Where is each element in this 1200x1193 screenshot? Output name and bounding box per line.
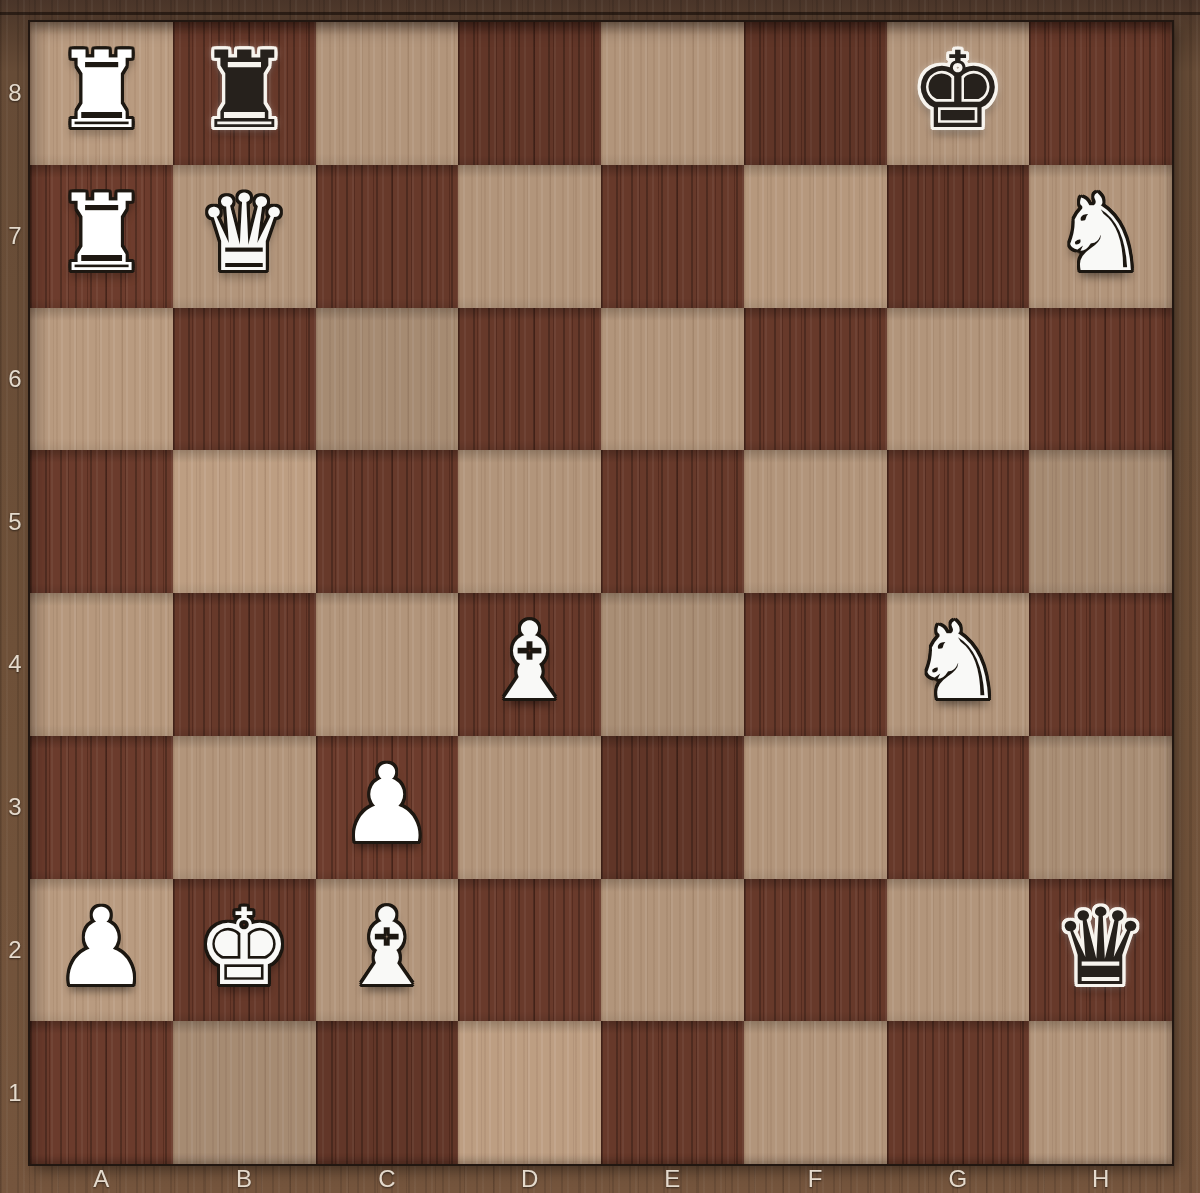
- square-d7[interactable]: [458, 165, 601, 308]
- square-e7[interactable]: [601, 165, 744, 308]
- square-f4[interactable]: [744, 593, 887, 736]
- square-h4[interactable]: [1029, 593, 1172, 736]
- square-h7[interactable]: ♞: [1029, 165, 1172, 308]
- square-g5[interactable]: [887, 450, 1030, 593]
- square-f7[interactable]: [744, 165, 887, 308]
- rank-label-1: 1: [0, 1021, 30, 1164]
- white-rook-piece[interactable]: ♜: [54, 38, 149, 144]
- square-d2[interactable]: [458, 879, 601, 1022]
- rank-label-4: 4: [0, 593, 30, 736]
- square-e1[interactable]: [601, 1021, 744, 1164]
- file-label-c: C: [316, 1164, 459, 1193]
- square-h8[interactable]: [1029, 22, 1172, 165]
- white-pawn-piece[interactable]: ♟: [54, 895, 149, 1001]
- square-b4[interactable]: [173, 593, 316, 736]
- square-f1[interactable]: [744, 1021, 887, 1164]
- file-label-f: F: [744, 1164, 887, 1193]
- file-label-a: A: [30, 1164, 173, 1193]
- square-d8[interactable]: [458, 22, 601, 165]
- white-rook-piece[interactable]: ♜: [54, 181, 149, 287]
- square-b1[interactable]: [173, 1021, 316, 1164]
- square-e3[interactable]: [601, 736, 744, 879]
- square-h6[interactable]: [1029, 308, 1172, 451]
- rank-label-8: 8: [0, 22, 30, 165]
- square-h1[interactable]: [1029, 1021, 1172, 1164]
- rank-label-7: 7: [0, 165, 30, 308]
- square-f3[interactable]: [744, 736, 887, 879]
- square-e6[interactable]: [601, 308, 744, 451]
- square-g4[interactable]: ♞: [887, 593, 1030, 736]
- square-c5[interactable]: [316, 450, 459, 593]
- square-c2[interactable]: ♝: [316, 879, 459, 1022]
- square-f6[interactable]: [744, 308, 887, 451]
- square-a3[interactable]: [30, 736, 173, 879]
- black-rook-piece[interactable]: ♜: [197, 38, 292, 144]
- square-a2[interactable]: ♟: [30, 879, 173, 1022]
- file-labels: ABCDEFGH: [30, 1164, 1172, 1193]
- rank-label-2: 2: [0, 879, 30, 1022]
- white-king-piece[interactable]: ♚: [197, 895, 292, 1001]
- square-h5[interactable]: [1029, 450, 1172, 593]
- square-c3[interactable]: ♟: [316, 736, 459, 879]
- square-d4[interactable]: ♝: [458, 593, 601, 736]
- square-b6[interactable]: [173, 308, 316, 451]
- square-c1[interactable]: [316, 1021, 459, 1164]
- square-d3[interactable]: [458, 736, 601, 879]
- black-king-piece[interactable]: ♚: [910, 38, 1005, 144]
- square-g3[interactable]: [887, 736, 1030, 879]
- square-f8[interactable]: [744, 22, 887, 165]
- square-b5[interactable]: [173, 450, 316, 593]
- file-label-g: G: [887, 1164, 1030, 1193]
- white-bishop-piece[interactable]: ♝: [339, 895, 434, 1001]
- square-b8[interactable]: ♜: [173, 22, 316, 165]
- square-d1[interactable]: [458, 1021, 601, 1164]
- square-g6[interactable]: [887, 308, 1030, 451]
- square-c4[interactable]: [316, 593, 459, 736]
- square-c7[interactable]: [316, 165, 459, 308]
- square-g7[interactable]: [887, 165, 1030, 308]
- board-frame: ♜♜♚♜♛♞♝♞♟♟♚♝♛ 87654321 ABCDEFGH: [0, 0, 1200, 1193]
- rank-label-3: 3: [0, 736, 30, 879]
- square-c6[interactable]: [316, 308, 459, 451]
- square-d5[interactable]: [458, 450, 601, 593]
- file-label-b: B: [173, 1164, 316, 1193]
- rank-label-5: 5: [0, 450, 30, 593]
- file-label-d: D: [458, 1164, 601, 1193]
- chess-board: ♜♜♚♜♛♞♝♞♟♟♚♝♛: [30, 22, 1172, 1164]
- square-d6[interactable]: [458, 308, 601, 451]
- white-queen-piece[interactable]: ♛: [197, 181, 292, 287]
- square-a7[interactable]: ♜: [30, 165, 173, 308]
- black-queen-piece[interactable]: ♛: [1053, 895, 1148, 1001]
- file-label-h: H: [1029, 1164, 1172, 1193]
- square-h2[interactable]: ♛: [1029, 879, 1172, 1022]
- white-knight-piece[interactable]: ♞: [910, 609, 1005, 715]
- square-g8[interactable]: ♚: [887, 22, 1030, 165]
- square-e2[interactable]: [601, 879, 744, 1022]
- square-a5[interactable]: [30, 450, 173, 593]
- square-e5[interactable]: [601, 450, 744, 593]
- square-a8[interactable]: ♜: [30, 22, 173, 165]
- white-knight-piece[interactable]: ♞: [1053, 181, 1148, 287]
- square-h3[interactable]: [1029, 736, 1172, 879]
- rank-labels: 87654321: [0, 22, 30, 1164]
- square-f5[interactable]: [744, 450, 887, 593]
- file-label-e: E: [601, 1164, 744, 1193]
- white-bishop-piece[interactable]: ♝: [482, 609, 577, 715]
- rank-label-6: 6: [0, 308, 30, 451]
- square-g1[interactable]: [887, 1021, 1030, 1164]
- square-b3[interactable]: [173, 736, 316, 879]
- white-pawn-piece[interactable]: ♟: [339, 752, 434, 858]
- square-b7[interactable]: ♛: [173, 165, 316, 308]
- square-f2[interactable]: [744, 879, 887, 1022]
- square-e8[interactable]: [601, 22, 744, 165]
- square-g2[interactable]: [887, 879, 1030, 1022]
- square-b2[interactable]: ♚: [173, 879, 316, 1022]
- square-a6[interactable]: [30, 308, 173, 451]
- square-e4[interactable]: [601, 593, 744, 736]
- square-c8[interactable]: [316, 22, 459, 165]
- square-a1[interactable]: [30, 1021, 173, 1164]
- square-a4[interactable]: [30, 593, 173, 736]
